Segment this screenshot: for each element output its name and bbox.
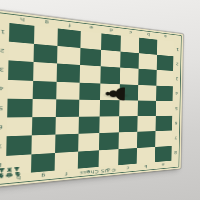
rank-label: 5 (0, 98, 7, 117)
square (33, 81, 57, 100)
square (8, 42, 34, 63)
board-grid (6, 23, 174, 175)
rank-label: 1 (174, 42, 181, 57)
square (58, 46, 81, 65)
square (138, 101, 156, 117)
square (138, 85, 156, 101)
rank-label: 4 (173, 86, 180, 101)
square (32, 117, 56, 136)
square (119, 116, 138, 132)
rank-label: 8 (172, 145, 179, 160)
square (56, 117, 79, 135)
square (155, 146, 172, 162)
square (80, 48, 101, 66)
square (120, 52, 139, 69)
square (155, 116, 172, 131)
rank-label: 5 (173, 101, 180, 116)
table-surface: abcdefgh abcdefgh 87654321 87654321 © US… (0, 0, 200, 200)
square (55, 151, 78, 170)
square (119, 132, 138, 149)
square (33, 99, 57, 117)
rank-labels-left: 87654321 (172, 42, 181, 161)
square (100, 67, 120, 84)
square (99, 149, 119, 167)
square (101, 50, 121, 68)
square (57, 64, 80, 83)
square (8, 61, 34, 81)
square (6, 136, 32, 156)
square (137, 131, 155, 147)
square (139, 53, 157, 70)
square (34, 26, 58, 46)
rank-label: 4 (0, 79, 7, 98)
rank-label: 2 (173, 56, 180, 71)
square (155, 131, 172, 147)
square (7, 99, 33, 118)
rank-label: 7 (172, 131, 179, 146)
square (101, 33, 121, 51)
square (157, 40, 174, 57)
square (31, 153, 55, 173)
square (9, 23, 35, 44)
square (121, 36, 140, 54)
rank-label: 7 (0, 137, 6, 157)
rank-label: 6 (172, 116, 179, 131)
square (80, 31, 101, 50)
square (57, 82, 80, 100)
square (99, 116, 119, 133)
square (78, 117, 99, 134)
rank-label: 3 (173, 71, 180, 86)
square (79, 100, 100, 117)
square (99, 133, 119, 150)
fallen-black-pawn: ♟ (100, 84, 132, 102)
square (156, 101, 173, 116)
square (139, 38, 157, 55)
square (56, 134, 79, 153)
square (156, 86, 173, 102)
square (79, 83, 100, 100)
square (8, 80, 34, 99)
square (32, 135, 56, 154)
square (120, 68, 139, 85)
square (157, 55, 174, 71)
square (139, 69, 157, 85)
square (138, 116, 156, 132)
square (156, 70, 173, 86)
us-chess-logo: ♞♚♞♟♜♟ (0, 161, 25, 184)
rank-label: 3 (0, 60, 8, 80)
square (78, 133, 99, 151)
square (78, 150, 99, 169)
rank-label: 1 (0, 22, 9, 42)
square (34, 44, 58, 64)
chessboard: abcdefgh abcdefgh 87654321 87654321 © US… (0, 10, 183, 188)
square (79, 65, 100, 83)
black-pawn-icon: ♟ (103, 83, 130, 103)
square (118, 148, 137, 165)
photo-scene: abcdefgh abcdefgh 87654321 87654321 © US… (0, 0, 200, 200)
square (137, 147, 155, 164)
square (7, 117, 33, 136)
square (56, 99, 79, 117)
square (58, 29, 81, 49)
square (33, 62, 57, 81)
rank-label: 2 (0, 41, 8, 61)
rank-label: 6 (0, 118, 7, 137)
